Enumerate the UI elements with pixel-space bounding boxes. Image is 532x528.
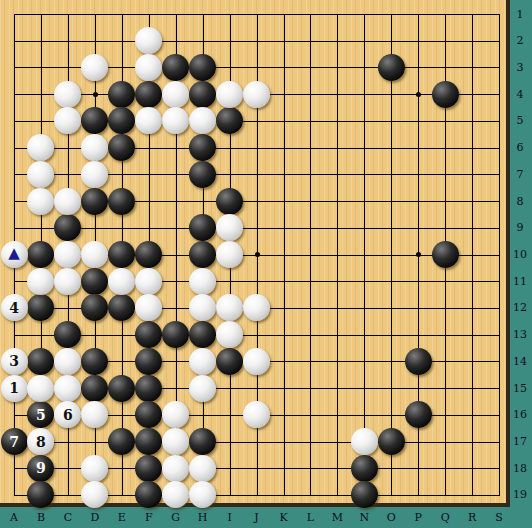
row-label-13: 13: [508, 328, 532, 341]
stone-black-n18[interactable]: [351, 455, 378, 482]
stone-white-b8[interactable]: [27, 188, 54, 215]
grid-line-vertical: [284, 14, 285, 496]
stone-black-c13[interactable]: [54, 321, 81, 348]
col-label-s: S: [486, 511, 513, 524]
row-label-17: 17: [508, 435, 532, 448]
stone-white-c10[interactable]: [54, 241, 81, 268]
stone-black-d12[interactable]: [81, 294, 108, 321]
stone-black-e8[interactable]: [108, 188, 135, 215]
stone-black-b19[interactable]: [27, 481, 54, 508]
stone-white-i13[interactable]: [216, 321, 243, 348]
grid-line-vertical: [499, 14, 500, 496]
row-label-9: 9: [508, 221, 532, 234]
stone-white-d10[interactable]: [81, 241, 108, 268]
stone-white-g4[interactable]: [162, 81, 189, 108]
row-label-8: 8: [508, 195, 532, 208]
stone-white-c16[interactable]: 6: [54, 401, 81, 428]
row-label-14: 14: [508, 355, 532, 368]
grid-line-vertical: [310, 14, 311, 496]
stone-white-f2[interactable]: [135, 27, 162, 54]
stone-black-o17[interactable]: [378, 428, 405, 455]
col-label-p: P: [405, 511, 432, 524]
stone-black-i8[interactable]: [216, 188, 243, 215]
col-label-q: Q: [432, 511, 459, 524]
stone-white-d6[interactable]: [81, 134, 108, 161]
stone-black-i14[interactable]: [216, 348, 243, 375]
col-label-g: G: [162, 511, 189, 524]
move-number-label: 4: [9, 301, 19, 315]
stone-black-p16[interactable]: [405, 401, 432, 428]
stone-black-i5[interactable]: [216, 107, 243, 134]
stone-white-g16[interactable]: [162, 401, 189, 428]
grid-line-horizontal: [14, 442, 500, 443]
col-label-m: M: [324, 511, 351, 524]
grid-line-vertical: [337, 14, 338, 496]
stone-black-b18[interactable]: 9: [27, 455, 54, 482]
stone-white-a12[interactable]: 4: [1, 294, 28, 321]
row-label-15: 15: [508, 382, 532, 395]
stone-black-f13[interactable]: [135, 321, 162, 348]
stone-black-q4[interactable]: [432, 81, 459, 108]
stone-white-j12[interactable]: [243, 294, 270, 321]
stone-black-c9[interactable]: [54, 214, 81, 241]
stone-white-f3[interactable]: [135, 54, 162, 81]
row-label-19: 19: [508, 488, 532, 501]
row-label-18: 18: [508, 462, 532, 475]
stone-white-j14[interactable]: [243, 348, 270, 375]
stone-black-d11[interactable]: [81, 268, 108, 295]
star-point-j10: [255, 252, 260, 257]
stone-white-i12[interactable]: [216, 294, 243, 321]
move-number-label: 9: [36, 461, 46, 475]
stone-white-g17[interactable]: [162, 428, 189, 455]
grid-line-vertical: [391, 14, 392, 496]
row-label-5: 5: [508, 114, 532, 127]
stone-white-h11[interactable]: [189, 268, 216, 295]
stone-black-n19[interactable]: [351, 481, 378, 508]
star-point-d4: [93, 92, 98, 97]
col-label-r: R: [459, 511, 486, 524]
col-label-l: L: [297, 511, 324, 524]
stone-white-d18[interactable]: [81, 455, 108, 482]
move-number-label: 5: [36, 408, 46, 422]
row-label-16: 16: [508, 408, 532, 421]
stone-white-c8[interactable]: [54, 188, 81, 215]
stone-white-n17[interactable]: [351, 428, 378, 455]
col-label-a: A: [1, 511, 28, 524]
stone-black-h9[interactable]: [189, 214, 216, 241]
stone-black-e5[interactable]: [108, 107, 135, 134]
stone-black-h7[interactable]: [189, 161, 216, 188]
move-number-label: 6: [63, 408, 73, 422]
triangle-marker-icon: ▲: [8, 246, 20, 261]
row-label-7: 7: [508, 168, 532, 181]
row-label-10: 10: [508, 248, 532, 261]
stone-white-a10[interactable]: ▲: [1, 241, 28, 268]
stone-white-c15[interactable]: [54, 375, 81, 402]
stone-black-h10[interactable]: [189, 241, 216, 268]
col-label-n: N: [351, 511, 378, 524]
col-label-e: E: [108, 511, 135, 524]
star-point-p4: [416, 92, 421, 97]
move-number-label: 1: [9, 381, 19, 395]
stone-white-h12[interactable]: [189, 294, 216, 321]
go-board-frame: 579▲43168 ABCDEFGHIJKLMNOPQRS 1234567891…: [0, 0, 532, 528]
move-number-label: 8: [36, 435, 46, 449]
stone-black-f16[interactable]: [135, 401, 162, 428]
stone-black-e6[interactable]: [108, 134, 135, 161]
stone-white-j4[interactable]: [243, 81, 270, 108]
stone-white-d3[interactable]: [81, 54, 108, 81]
col-label-o: O: [378, 511, 405, 524]
stone-black-b10[interactable]: [27, 241, 54, 268]
col-label-h: H: [189, 511, 216, 524]
stone-black-e15[interactable]: [108, 375, 135, 402]
stone-white-b15[interactable]: [27, 375, 54, 402]
stone-white-h14[interactable]: [189, 348, 216, 375]
row-label-6: 6: [508, 141, 532, 154]
stone-white-i10[interactable]: [216, 241, 243, 268]
stone-black-f10[interactable]: [135, 241, 162, 268]
stone-white-b11[interactable]: [27, 268, 54, 295]
stone-white-f12[interactable]: [135, 294, 162, 321]
stone-black-q10[interactable]: [432, 241, 459, 268]
col-label-c: C: [54, 511, 81, 524]
stone-white-b7[interactable]: [27, 161, 54, 188]
stone-white-b6[interactable]: [27, 134, 54, 161]
stone-white-g5[interactable]: [162, 107, 189, 134]
stone-white-j16[interactable]: [243, 401, 270, 428]
grid-line-vertical: [472, 14, 473, 496]
stone-black-h3[interactable]: [189, 54, 216, 81]
stone-black-e10[interactable]: [108, 241, 135, 268]
star-point-p10: [416, 252, 421, 257]
stone-black-a17[interactable]: 7: [1, 428, 28, 455]
row-label-11: 11: [508, 275, 532, 288]
stone-white-f5[interactable]: [135, 107, 162, 134]
col-label-k: K: [270, 511, 297, 524]
stone-black-e4[interactable]: [108, 81, 135, 108]
stone-black-d8[interactable]: [81, 188, 108, 215]
grid-line-vertical: [364, 14, 365, 496]
stone-white-c4[interactable]: [54, 81, 81, 108]
stone-black-e17[interactable]: [108, 428, 135, 455]
move-number-label: 7: [9, 435, 19, 449]
stone-black-p14[interactable]: [405, 348, 432, 375]
stone-black-f17[interactable]: [135, 428, 162, 455]
row-label-1: 1: [508, 8, 532, 21]
stone-white-c5[interactable]: [54, 107, 81, 134]
grid-line-horizontal: [14, 335, 500, 336]
go-board[interactable]: 579▲43168: [0, 0, 510, 507]
stone-black-g3[interactable]: [162, 54, 189, 81]
stone-black-g13[interactable]: [162, 321, 189, 348]
stone-white-a14[interactable]: 3: [1, 348, 28, 375]
col-label-f: F: [135, 511, 162, 524]
stone-white-i4[interactable]: [216, 81, 243, 108]
stone-black-d5[interactable]: [81, 107, 108, 134]
stone-white-a15[interactable]: 1: [1, 375, 28, 402]
stone-white-c14[interactable]: [54, 348, 81, 375]
row-label-3: 3: [508, 61, 532, 74]
stone-black-d14[interactable]: [81, 348, 108, 375]
stone-black-h6[interactable]: [189, 134, 216, 161]
stone-white-h15[interactable]: [189, 375, 216, 402]
row-label-4: 4: [508, 88, 532, 101]
stone-black-f4[interactable]: [135, 81, 162, 108]
stone-black-b14[interactable]: [27, 348, 54, 375]
stone-black-f19[interactable]: [135, 481, 162, 508]
stone-white-h19[interactable]: [189, 481, 216, 508]
stone-black-f15[interactable]: [135, 375, 162, 402]
stone-white-e11[interactable]: [108, 268, 135, 295]
col-label-d: D: [81, 511, 108, 524]
stone-black-h4[interactable]: [189, 81, 216, 108]
row-label-12: 12: [508, 301, 532, 314]
stone-black-b12[interactable]: [27, 294, 54, 321]
stone-white-h18[interactable]: [189, 455, 216, 482]
col-label-b: B: [27, 511, 54, 524]
stone-white-c11[interactable]: [54, 268, 81, 295]
stone-black-d15[interactable]: [81, 375, 108, 402]
stone-white-h5[interactable]: [189, 107, 216, 134]
stone-white-d16[interactable]: [81, 401, 108, 428]
stone-black-h17[interactable]: [189, 428, 216, 455]
stone-white-d7[interactable]: [81, 161, 108, 188]
row-label-2: 2: [508, 34, 532, 47]
stone-black-e12[interactable]: [108, 294, 135, 321]
stone-black-b16[interactable]: 5: [27, 401, 54, 428]
stone-white-g18[interactable]: [162, 455, 189, 482]
stone-black-o3[interactable]: [378, 54, 405, 81]
stone-white-f11[interactable]: [135, 268, 162, 295]
stone-white-i9[interactable]: [216, 214, 243, 241]
stone-white-d19[interactable]: [81, 481, 108, 508]
stone-black-f18[interactable]: [135, 455, 162, 482]
stone-black-f14[interactable]: [135, 348, 162, 375]
stone-black-h13[interactable]: [189, 321, 216, 348]
move-number-label: 3: [9, 354, 19, 368]
col-label-j: J: [243, 511, 270, 524]
col-label-i: I: [216, 511, 243, 524]
stone-white-g19[interactable]: [162, 481, 189, 508]
stone-white-b17[interactable]: 8: [27, 428, 54, 455]
